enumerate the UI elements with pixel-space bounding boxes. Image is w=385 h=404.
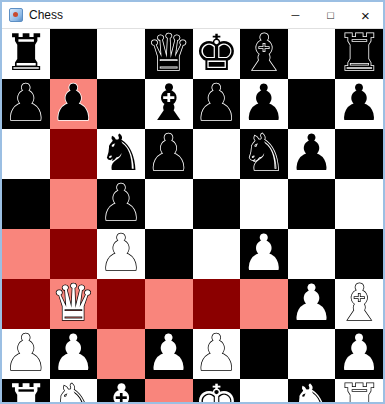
piece-black-rook[interactable]: ♜ [337,29,382,78]
chess-board: ♜♛♚♝♜♟♟♝♟♟♟♞♟♞♟♟♟♟♛♟♝♟♟♟♟♟♜♞♝♚♞♜ [2,29,383,404]
minimize-button[interactable]: ─ [278,2,313,28]
square-g6[interactable]: ♟ [288,129,336,179]
square-h5[interactable] [335,179,383,229]
square-b7[interactable]: ♟ [50,79,98,129]
square-d3[interactable] [145,279,193,329]
piece-white-king[interactable]: ♚ [194,379,239,404]
square-f7[interactable]: ♟ [240,79,288,129]
piece-black-pawn[interactable]: ♟ [3,79,48,128]
piece-black-pawn[interactable]: ♟ [337,79,382,128]
piece-white-pawn[interactable]: ♟ [337,329,382,378]
square-a1[interactable]: ♜ [2,379,50,404]
square-e8[interactable]: ♚ [193,29,241,79]
square-f2[interactable] [240,329,288,379]
app-icon [9,8,23,22]
square-e6[interactable] [193,129,241,179]
piece-white-rook[interactable]: ♜ [337,379,382,404]
piece-black-queen[interactable]: ♛ [146,29,191,78]
square-a6[interactable] [2,129,50,179]
piece-black-pawn[interactable]: ♟ [146,129,191,178]
piece-black-pawn[interactable]: ♟ [51,79,96,128]
maximize-button[interactable]: □ [313,2,348,28]
square-e3[interactable] [193,279,241,329]
square-b3[interactable]: ♛ [50,279,98,329]
square-e2[interactable]: ♟ [193,329,241,379]
piece-white-pawn[interactable]: ♟ [289,279,334,328]
square-b6[interactable] [50,129,98,179]
square-c1[interactable]: ♝ [97,379,145,404]
square-e7[interactable]: ♟ [193,79,241,129]
square-c5[interactable]: ♟ [97,179,145,229]
square-f5[interactable] [240,179,288,229]
square-g1[interactable]: ♞ [288,379,336,404]
square-h8[interactable]: ♜ [335,29,383,79]
square-b8[interactable] [50,29,98,79]
square-h1[interactable]: ♜ [335,379,383,404]
piece-white-bishop[interactable]: ♝ [337,279,382,328]
piece-white-bishop[interactable]: ♝ [99,379,144,404]
square-g2[interactable] [288,329,336,379]
square-c3[interactable] [97,279,145,329]
piece-white-rook[interactable]: ♜ [3,379,48,404]
chess-window: Chess ─ □ × ♜♛♚♝♜♟♟♝♟♟♟♞♟♞♟♟♟♟♛♟♝♟♟♟♟♟♜♞… [0,0,385,404]
piece-black-bishop[interactable]: ♝ [146,79,191,128]
square-a8[interactable]: ♜ [2,29,50,79]
square-c2[interactable] [97,329,145,379]
square-h4[interactable] [335,229,383,279]
piece-white-pawn[interactable]: ♟ [3,329,48,378]
piece-black-pawn[interactable]: ♟ [99,179,144,228]
piece-white-pawn[interactable]: ♟ [51,329,96,378]
square-a3[interactable] [2,279,50,329]
square-a5[interactable] [2,179,50,229]
window-title: Chess [29,8,63,22]
square-g7[interactable] [288,79,336,129]
square-c7[interactable] [97,79,145,129]
piece-white-pawn[interactable]: ♟ [146,329,191,378]
title-bar: Chess ─ □ × [2,2,383,29]
square-f1[interactable] [240,379,288,404]
square-h6[interactable] [335,129,383,179]
square-d1[interactable] [145,379,193,404]
square-b4[interactable] [50,229,98,279]
piece-black-rook[interactable]: ♜ [3,29,48,78]
square-c6[interactable]: ♞ [97,129,145,179]
square-f8[interactable]: ♝ [240,29,288,79]
square-c4[interactable]: ♟ [97,229,145,279]
piece-white-queen[interactable]: ♛ [51,279,96,328]
piece-white-pawn[interactable]: ♟ [99,229,144,278]
window-controls: ─ □ × [278,2,383,28]
square-d4[interactable] [145,229,193,279]
square-g8[interactable] [288,29,336,79]
square-d7[interactable]: ♝ [145,79,193,129]
piece-black-bishop[interactable]: ♝ [242,29,287,78]
close-button[interactable]: × [348,2,383,28]
square-b1[interactable]: ♞ [50,379,98,404]
piece-black-king[interactable]: ♚ [194,29,239,78]
piece-black-pawn[interactable]: ♟ [242,79,287,128]
square-h7[interactable]: ♟ [335,79,383,129]
square-d5[interactable] [145,179,193,229]
square-e5[interactable] [193,179,241,229]
square-g3[interactable]: ♟ [288,279,336,329]
piece-black-pawn[interactable]: ♟ [289,129,334,178]
piece-black-knight[interactable]: ♞ [99,129,144,178]
square-f4[interactable]: ♟ [240,229,288,279]
square-a2[interactable]: ♟ [2,329,50,379]
piece-white-pawn[interactable]: ♟ [242,229,287,278]
piece-white-knight[interactable]: ♞ [289,379,334,404]
square-a7[interactable]: ♟ [2,79,50,129]
square-g4[interactable] [288,229,336,279]
square-f6[interactable]: ♞ [240,129,288,179]
piece-black-knight[interactable]: ♞ [242,129,287,178]
square-h2[interactable]: ♟ [335,329,383,379]
square-d2[interactable]: ♟ [145,329,193,379]
square-b5[interactable] [50,179,98,229]
square-g5[interactable] [288,179,336,229]
square-h3[interactable]: ♝ [335,279,383,329]
square-f3[interactable] [240,279,288,329]
square-e1[interactable]: ♚ [193,379,241,404]
square-a4[interactable] [2,229,50,279]
square-b2[interactable]: ♟ [50,329,98,379]
piece-white-pawn[interactable]: ♟ [194,329,239,378]
piece-black-pawn[interactable]: ♟ [194,79,239,128]
square-e4[interactable] [193,229,241,279]
square-d6[interactable]: ♟ [145,129,193,179]
square-c8[interactable] [97,29,145,79]
square-d8[interactable]: ♛ [145,29,193,79]
piece-white-knight[interactable]: ♞ [51,379,96,404]
